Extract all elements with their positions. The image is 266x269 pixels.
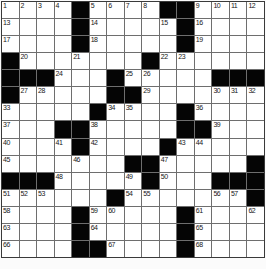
black-cell [72,36,89,52]
grid-cell[interactable]: 45 [2,156,19,172]
black-cell [125,156,142,172]
grid-cell[interactable]: 50 [160,173,177,189]
black-cell [230,173,247,189]
grid-cell[interactable] [125,121,142,137]
grid-cell[interactable] [160,190,177,206]
clue-number: 20 [21,53,28,61]
grid-cell[interactable]: 19 [195,36,212,52]
grid-cell[interactable] [37,224,54,240]
clue-number: 44 [196,139,203,147]
clue-number: 64 [91,224,98,232]
clue-number: 68 [196,241,203,249]
grid-cell[interactable] [37,121,54,137]
clue-number: 58 [3,207,10,215]
grid-cell[interactable] [230,156,247,172]
grid-cell[interactable] [230,19,247,35]
grid-cell[interactable]: 9 [195,2,212,18]
clue-number: 10 [213,2,220,10]
grid-cell[interactable] [195,173,212,189]
grid-cell[interactable]: 3 [37,2,54,18]
grid-cell[interactable] [212,104,229,120]
clue-number: 25 [126,70,133,78]
grid-cell[interactable] [90,70,107,86]
grid-cell[interactable] [55,241,72,257]
grid-cell[interactable] [107,224,124,240]
clue-number: 52 [21,190,28,198]
grid-cell[interactable] [212,241,229,257]
grid-cell[interactable] [37,241,54,257]
grid-cell[interactable] [20,19,37,35]
grid-cell[interactable] [107,156,124,172]
grid-cell[interactable] [107,139,124,155]
clue-number: 27 [21,87,28,95]
grid-cell[interactable] [125,207,142,223]
grid-cell[interactable] [177,70,194,86]
grid-cell[interactable] [37,36,54,52]
black-cell [72,19,89,35]
clue-number: 18 [91,36,98,44]
clue-number: 15 [161,19,168,27]
black-cell [177,207,194,223]
grid-cell[interactable] [125,224,142,240]
grid-cell[interactable] [230,121,247,137]
grid-cell[interactable] [107,19,124,35]
grid-cell[interactable] [230,104,247,120]
grid-cell[interactable]: 6 [107,2,124,18]
grid-cell[interactable] [37,104,54,120]
grid-cell[interactable] [72,173,89,189]
grid-cell[interactable] [142,224,159,240]
grid-cell[interactable] [72,104,89,120]
grid-cell[interactable] [55,207,72,223]
grid-cell[interactable]: 18 [90,36,107,52]
grid-cell[interactable]: 20 [20,53,37,69]
black-cell [247,190,264,206]
grid-cell[interactable]: 23 [177,53,194,69]
grid-cell[interactable] [212,139,229,155]
grid-cell[interactable] [37,207,54,223]
black-cell [90,241,107,257]
clue-number: 39 [213,121,220,129]
clue-number: 32 [248,87,255,95]
grid-cell[interactable] [37,19,54,35]
clue-number: 3 [38,2,41,10]
grid-cell[interactable] [195,190,212,206]
grid-cell[interactable] [72,87,89,103]
grid-cell[interactable] [90,190,107,206]
grid-cell[interactable] [177,156,194,172]
clue-number: 34 [108,104,115,112]
grid-cell[interactable] [230,139,247,155]
black-cell [142,156,159,172]
grid-cell[interactable]: 4 [55,2,72,18]
black-cell [177,104,194,120]
black-cell [107,190,124,206]
grid-cell[interactable] [247,53,264,69]
grid-cell[interactable]: 66 [2,241,19,257]
clue-number: 62 [248,207,255,215]
grid-cell[interactable] [212,224,229,240]
grid-cell[interactable]: 28 [37,87,54,103]
black-cell [177,2,194,18]
grid-cell[interactable]: 27 [20,87,37,103]
grid-cell[interactable] [230,36,247,52]
black-cell [90,104,107,120]
grid-cell[interactable] [142,241,159,257]
clue-number: 41 [56,139,63,147]
grid-cell[interactable]: 53 [37,190,54,206]
grid-cell[interactable] [142,121,159,137]
clue-number: 42 [91,139,98,147]
black-cell [212,70,229,86]
grid-cell[interactable]: 48 [55,173,72,189]
black-cell [72,207,89,223]
black-cell [177,224,194,240]
grid-cell[interactable]: 67 [107,241,124,257]
grid-cell[interactable]: 55 [142,190,159,206]
clue-number: 38 [91,121,98,129]
black-cell [195,121,212,137]
clue-number: 50 [161,173,168,181]
clue-number: 12 [248,2,255,10]
black-cell [160,2,177,18]
grid-cell[interactable] [107,53,124,69]
clue-number: 43 [178,139,185,147]
grid-cell[interactable]: 57 [230,190,247,206]
clue-number: 24 [56,70,63,78]
grid-cell[interactable] [37,156,54,172]
clue-number: 56 [213,190,220,198]
grid-cell[interactable] [160,207,177,223]
grid-cell[interactable]: 56 [212,190,229,206]
grid-cell[interactable]: 22 [160,53,177,69]
black-cell [2,53,19,69]
clue-number: 28 [38,87,45,95]
grid-cell[interactable] [72,70,89,86]
grid-cell[interactable] [177,87,194,103]
clue-number: 6 [108,2,111,10]
clue-number: 33 [3,104,10,112]
grid-cell[interactable] [20,241,37,257]
grid-cell[interactable]: 38 [90,121,107,137]
grid-cell[interactable] [20,156,37,172]
grid-cell[interactable] [160,87,177,103]
grid-cell[interactable] [160,241,177,257]
clue-number: 22 [161,53,168,61]
grid-cell[interactable]: 59 [90,207,107,223]
grid-cell[interactable] [212,36,229,52]
grid-cell[interactable]: 2 [20,2,37,18]
grid-cell[interactable]: 62 [247,207,264,223]
grid-cell[interactable] [90,53,107,69]
grid-cell[interactable]: 1 [2,2,19,18]
grid-cell[interactable] [107,121,124,137]
black-cell [55,121,72,137]
clue-number: 1 [3,2,6,10]
grid-cell[interactable]: 29 [142,87,159,103]
grid-cell[interactable] [247,104,264,120]
grid-cell[interactable] [247,139,264,155]
grid-cell[interactable] [142,139,159,155]
grid-cell[interactable] [142,36,159,52]
grid-cell[interactable]: 64 [90,224,107,240]
clue-number: 49 [126,173,133,181]
clue-number: 59 [91,207,98,215]
clue-number: 23 [178,53,185,61]
grid-cell[interactable] [20,121,37,137]
grid-cell[interactable] [177,173,194,189]
clue-number: 37 [3,121,10,129]
clue-number: 46 [73,156,80,164]
grid-cell[interactable] [20,207,37,223]
clue-number: 55 [143,190,150,198]
black-cell [230,70,247,86]
grid-cell[interactable] [195,70,212,86]
black-cell [37,173,54,189]
grid-cell[interactable] [55,36,72,52]
grid-cell[interactable] [125,139,142,155]
black-cell [247,156,264,172]
clue-number: 51 [3,190,10,198]
clue-number: 30 [213,87,220,95]
grid-cell[interactable]: 63 [2,224,19,240]
grid-cell[interactable]: 68 [195,241,212,257]
grid-cell[interactable]: 33 [2,104,19,120]
grid-cell[interactable] [20,224,37,240]
crossword-page: 1234567891011121314151617181920212223242… [0,0,266,269]
clue-number: 8 [143,2,146,10]
black-cell [107,70,124,86]
grid-cell[interactable] [142,104,159,120]
grid-cell[interactable] [37,139,54,155]
grid-cell[interactable] [230,207,247,223]
grid-cell[interactable] [247,19,264,35]
black-cell [142,53,159,69]
grid-cell[interactable]: 10 [212,2,229,18]
clue-number: 21 [73,53,80,61]
clue-number: 66 [3,241,10,249]
clue-number: 60 [108,207,115,215]
grid-cell[interactable] [107,36,124,52]
grid-cell[interactable] [125,241,142,257]
grid-cell[interactable]: 35 [125,104,142,120]
grid-cell[interactable]: 7 [125,2,142,18]
grid-cell[interactable]: 43 [177,139,194,155]
grid-cell[interactable] [55,190,72,206]
grid-cell[interactable]: 42 [90,139,107,155]
black-cell [2,87,19,103]
black-cell [72,2,89,18]
black-cell [125,87,142,103]
grid-cell[interactable] [90,87,107,103]
grid-cell[interactable]: 26 [142,70,159,86]
grid-cell[interactable] [20,139,37,155]
clue-number: 53 [38,190,45,198]
grid-cell[interactable]: 58 [2,207,19,223]
grid-cell[interactable]: 41 [55,139,72,155]
clue-number: 65 [196,224,203,232]
grid-cell[interactable] [55,224,72,240]
grid-cell[interactable] [160,36,177,52]
grid-cell[interactable] [55,19,72,35]
grid-cell[interactable] [212,53,229,69]
grid-cell[interactable]: 51 [2,190,19,206]
grid-cell[interactable]: 39 [212,121,229,137]
grid-cell[interactable] [90,156,107,172]
grid-cell[interactable] [55,156,72,172]
grid-cell[interactable]: 13 [2,19,19,35]
grid-cell[interactable] [90,173,107,189]
grid-cell[interactable] [142,19,159,35]
grid-cell[interactable]: 25 [125,70,142,86]
grid-cell[interactable]: 5 [90,2,107,18]
black-cell [20,70,37,86]
clue-number: 26 [143,70,150,78]
grid-cell[interactable]: 17 [2,36,19,52]
clue-number: 11 [231,2,237,10]
black-cell [177,36,194,52]
grid-cell[interactable] [230,224,247,240]
black-cell [2,70,19,86]
grid-cell[interactable] [55,87,72,103]
grid-cell[interactable] [142,207,159,223]
clue-number: 31 [231,87,238,95]
clue-number: 47 [161,156,168,164]
grid-cell[interactable]: 31 [230,87,247,103]
black-cell [247,173,264,189]
grid-cell[interactable] [195,53,212,69]
grid-cell[interactable] [247,224,264,240]
clue-number: 67 [108,241,115,249]
clue-number: 13 [3,19,10,27]
black-cell [72,121,89,137]
clue-number: 5 [91,2,94,10]
grid-cell[interactable] [125,19,142,35]
black-cell [160,139,177,155]
grid-cell[interactable]: 32 [247,87,264,103]
black-cell [177,241,194,257]
clue-number: 29 [143,87,150,95]
grid-cell[interactable] [160,70,177,86]
clue-number: 7 [126,2,129,10]
grid-cell[interactable]: 52 [20,190,37,206]
grid-cell[interactable] [195,87,212,103]
grid-cell[interactable]: 44 [195,139,212,155]
grid-cell[interactable] [72,190,89,206]
crossword-grid: 1234567891011121314151617181920212223242… [1,1,265,258]
clue-number: 2 [21,2,24,10]
clue-number: 36 [196,104,203,112]
black-cell [2,173,19,189]
black-cell [142,173,159,189]
grid-cell[interactable] [125,36,142,52]
grid-cell[interactable]: 16 [195,19,212,35]
clue-number: 45 [3,156,10,164]
grid-cell[interactable]: 65 [195,224,212,240]
clue-number: 14 [91,19,98,27]
grid-cell[interactable]: 11 [230,2,247,18]
grid-cell[interactable] [20,36,37,52]
grid-cell[interactable]: 46 [72,156,89,172]
grid-cell[interactable] [247,36,264,52]
grid-cell[interactable] [212,19,229,35]
grid-cell[interactable]: 40 [2,139,19,155]
clue-number: 40 [3,139,10,147]
grid-cell[interactable] [55,53,72,69]
clue-number: 16 [196,19,203,27]
black-cell [107,87,124,103]
clue-number: 35 [126,104,133,112]
grid-cell[interactable]: 15 [160,19,177,35]
black-cell [37,70,54,86]
grid-cell[interactable]: 36 [195,104,212,120]
grid-cell[interactable] [55,104,72,120]
grid-cell[interactable]: 61 [195,207,212,223]
grid-cell[interactable] [247,121,264,137]
grid-cell[interactable]: 49 [125,173,142,189]
black-cell [72,224,89,240]
clue-number: 48 [56,173,63,181]
clue-number: 17 [3,36,10,44]
clue-number: 54 [126,190,133,198]
grid-cell[interactable] [160,121,177,137]
black-cell [177,121,194,137]
black-cell [72,139,89,155]
grid-cell[interactable] [107,173,124,189]
black-cell [177,19,194,35]
grid-cell[interactable] [37,53,54,69]
grid-cell[interactable]: 14 [90,19,107,35]
grid-cell[interactable]: 21 [72,53,89,69]
clue-number: 61 [196,207,203,215]
clue-number: 63 [3,224,10,232]
grid-cell[interactable]: 54 [125,190,142,206]
grid-cell[interactable] [212,207,229,223]
clue-number: 57 [231,190,238,198]
grid-cell[interactable] [20,104,37,120]
grid-cell[interactable]: 60 [107,207,124,223]
grid-cell[interactable]: 34 [107,104,124,120]
grid-cell[interactable] [160,104,177,120]
clue-number: 9 [196,2,199,10]
grid-cell[interactable] [177,190,194,206]
grid-cell[interactable] [230,53,247,69]
black-cell [212,173,229,189]
black-cell [20,173,37,189]
grid-cell[interactable]: 12 [247,2,264,18]
clue-number: 4 [56,2,59,10]
clue-number: 19 [196,36,203,44]
grid-cell[interactable]: 8 [142,2,159,18]
black-cell [72,241,89,257]
black-cell [247,70,264,86]
grid-cell[interactable]: 24 [55,70,72,86]
grid-cell[interactable] [247,241,264,257]
grid-cell[interactable]: 30 [212,87,229,103]
grid-cell[interactable] [195,156,212,172]
grid-cell[interactable]: 37 [2,121,19,137]
grid-cell[interactable] [125,53,142,69]
grid-cell[interactable] [212,156,229,172]
grid-cell[interactable] [160,224,177,240]
grid-cell[interactable] [230,241,247,257]
grid-cell[interactable]: 47 [160,156,177,172]
